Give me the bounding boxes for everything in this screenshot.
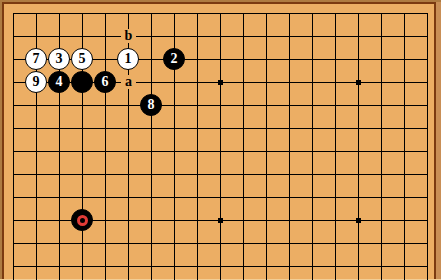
board-edge-right-shadow	[436, 0, 441, 280]
stone-black-move-4-C16: 4	[48, 71, 70, 93]
board-frame-right	[434, 2, 436, 280]
stone-black-move-8-G15: 8	[140, 94, 162, 116]
stone-white-move-9-B16: 9	[25, 71, 47, 93]
grid-line-vertical	[358, 13, 359, 280]
go-board: 123456789ab	[0, 0, 441, 280]
grid-line-horizontal	[13, 197, 428, 198]
board-frame-left	[2, 2, 4, 280]
grid-line-vertical	[335, 13, 336, 280]
star-point-K10	[218, 218, 223, 223]
grid-line-vertical	[289, 13, 290, 280]
star-point-Q16	[356, 80, 361, 85]
stone-black-move-6-E16: 6	[94, 71, 116, 93]
grid-line-horizontal	[13, 128, 428, 129]
board-edge-left	[0, 0, 2, 280]
stone-white-move-3-C17: 3	[48, 48, 70, 70]
grid-line-horizontal	[13, 151, 428, 152]
grid-line-horizontal	[13, 174, 428, 175]
stone-white-move-5-D17: 5	[71, 48, 93, 70]
grid-line-horizontal	[13, 243, 428, 244]
grid-line-vertical	[266, 13, 267, 280]
board-edge-top	[0, 0, 441, 2]
grid-line-vertical	[197, 13, 198, 280]
red-circle-marker	[77, 215, 88, 226]
stone-black-marked-D10	[71, 209, 93, 231]
point-label-a: a	[121, 75, 136, 89]
grid-line-vertical	[151, 13, 152, 280]
grid-line-horizontal	[13, 13, 428, 14]
grid-line-vertical	[220, 13, 221, 280]
grid-line-vertical	[312, 13, 313, 280]
stone-black-move-2-H17: 2	[163, 48, 185, 70]
grid-line-vertical	[427, 13, 428, 280]
grid-line-horizontal	[13, 36, 428, 37]
grid-line-vertical	[105, 13, 106, 280]
grid-line-vertical	[13, 13, 14, 280]
stone-white-move-1-F17: 1	[117, 48, 139, 70]
grid-line-horizontal	[13, 266, 428, 267]
grid-line-vertical	[404, 13, 405, 280]
grid-line-horizontal	[13, 105, 428, 106]
star-point-Q10	[356, 218, 361, 223]
point-label-b: b	[121, 29, 136, 43]
stone-white-move-7-B17: 7	[25, 48, 47, 70]
stone-black-plain-D16	[71, 71, 93, 93]
grid-line-vertical	[243, 13, 244, 280]
star-point-K16	[218, 80, 223, 85]
grid-line-vertical	[381, 13, 382, 280]
board-frame-top	[2, 2, 436, 4]
